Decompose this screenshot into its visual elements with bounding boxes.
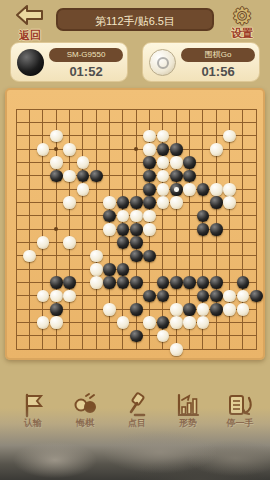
white-stone [50, 130, 63, 143]
black-stone [103, 210, 116, 223]
black-stone [170, 276, 183, 289]
black-stone [170, 143, 183, 156]
black-stone-avatar [17, 49, 44, 76]
white-stone [90, 263, 103, 276]
black-stone [143, 290, 156, 303]
white-stone [183, 183, 196, 196]
white-player-panel: 围棋Go 01:56 [142, 42, 260, 82]
white-stone [37, 316, 50, 329]
black-stone [50, 170, 63, 183]
white-stone [130, 210, 143, 223]
white-stone [63, 290, 76, 303]
gear-icon: ⚙ [220, 4, 264, 28]
white-stone [157, 196, 170, 209]
move-status-pill: 第112手/贴6.5目 [56, 8, 214, 31]
app-screen: { "game": "go", "header": { "back_label"… [0, 0, 270, 480]
black-stone [170, 170, 183, 183]
black-stone [130, 223, 143, 236]
black-stone [197, 276, 210, 289]
white-stone [157, 183, 170, 196]
black-stone [170, 183, 183, 196]
white-stone [90, 250, 103, 263]
top-bar: 返回 第112手/贴6.5目 ⚙ 设置 [0, 0, 270, 40]
black-stone [143, 250, 156, 263]
white-stone [37, 290, 50, 303]
white-stone [90, 276, 103, 289]
white-stone [143, 210, 156, 223]
star-point [54, 147, 58, 151]
white-stone [170, 156, 183, 169]
white-stone [63, 170, 76, 183]
black-stone [130, 330, 143, 343]
black-stone [210, 290, 223, 303]
black-stone [117, 236, 130, 249]
white-stone [63, 196, 76, 209]
avatar-logo [157, 57, 169, 69]
black-stone [143, 156, 156, 169]
black-stone [130, 303, 143, 316]
star-point [134, 147, 138, 151]
black-stone [130, 276, 143, 289]
black-player-panel: SM-G9550 01:52 [10, 42, 128, 82]
white-stone [63, 236, 76, 249]
white-stone [223, 196, 236, 209]
last-move-marker [174, 187, 179, 192]
white-stone [77, 183, 90, 196]
black-stone [117, 196, 130, 209]
black-player-timer: 01:52 [49, 64, 123, 79]
black-player-name: SM-G9550 [49, 48, 123, 62]
black-stone [183, 170, 196, 183]
white-stone [117, 210, 130, 223]
white-stone [237, 303, 250, 316]
white-stone [170, 196, 183, 209]
white-stone [63, 143, 76, 156]
black-stone [250, 290, 263, 303]
white-stone [103, 196, 116, 209]
back-arrow-icon [15, 4, 45, 26]
go-board[interactable] [5, 88, 265, 360]
mountain-artwork [0, 408, 270, 480]
white-stone [183, 316, 196, 329]
white-stone [50, 316, 63, 329]
white-stone [170, 316, 183, 329]
white-stone [143, 316, 156, 329]
black-stone [210, 303, 223, 316]
black-stone [183, 156, 196, 169]
white-stone [223, 130, 236, 143]
black-stone [117, 263, 130, 276]
black-stone [143, 170, 156, 183]
white-stone [143, 143, 156, 156]
back-label: 返回 [8, 30, 52, 40]
black-stone [183, 276, 196, 289]
black-stone [117, 223, 130, 236]
white-stone [117, 316, 130, 329]
white-stone [157, 170, 170, 183]
white-stone-avatar [149, 49, 176, 76]
black-stone [157, 143, 170, 156]
black-stone [197, 223, 210, 236]
black-stone [130, 236, 143, 249]
black-stone [50, 303, 63, 316]
black-stone [130, 196, 143, 209]
black-stone [197, 290, 210, 303]
white-stone [103, 223, 116, 236]
black-stone [157, 276, 170, 289]
black-stone [77, 170, 90, 183]
black-stone [103, 276, 116, 289]
black-stone [130, 250, 143, 263]
white-stone [103, 303, 116, 316]
black-stone [210, 223, 223, 236]
black-stone [237, 276, 250, 289]
white-player-name: 围棋Go [181, 48, 255, 62]
white-stone [223, 303, 236, 316]
white-stone [223, 290, 236, 303]
black-stone [143, 183, 156, 196]
white-stone [157, 330, 170, 343]
white-stone [210, 183, 223, 196]
white-stone [237, 290, 250, 303]
white-stone [77, 156, 90, 169]
white-stone [223, 183, 236, 196]
black-stone [103, 263, 116, 276]
white-stone [143, 130, 156, 143]
white-stone [157, 130, 170, 143]
black-stone [157, 290, 170, 303]
white-player-timer: 01:56 [181, 64, 255, 79]
white-stone [210, 143, 223, 156]
white-stone [37, 236, 50, 249]
black-stone [90, 170, 103, 183]
black-stone [63, 276, 76, 289]
back-button[interactable]: 返回 [8, 4, 52, 40]
white-stone [50, 156, 63, 169]
black-stone [157, 316, 170, 329]
black-stone [197, 210, 210, 223]
white-stone [197, 303, 210, 316]
black-stone [210, 196, 223, 209]
black-stone [183, 303, 196, 316]
settings-label: 设置 [220, 28, 264, 38]
black-stone [197, 183, 210, 196]
star-point [54, 227, 58, 231]
black-stone [143, 196, 156, 209]
white-stone [143, 223, 156, 236]
white-stone [197, 316, 210, 329]
black-stone [210, 276, 223, 289]
white-stone [50, 290, 63, 303]
settings-button[interactable]: ⚙ 设置 [220, 4, 264, 38]
white-stone [157, 156, 170, 169]
black-stone [50, 276, 63, 289]
white-stone [23, 250, 36, 263]
white-stone [37, 143, 50, 156]
white-stone [170, 303, 183, 316]
white-stone [170, 343, 183, 356]
black-stone [117, 276, 130, 289]
